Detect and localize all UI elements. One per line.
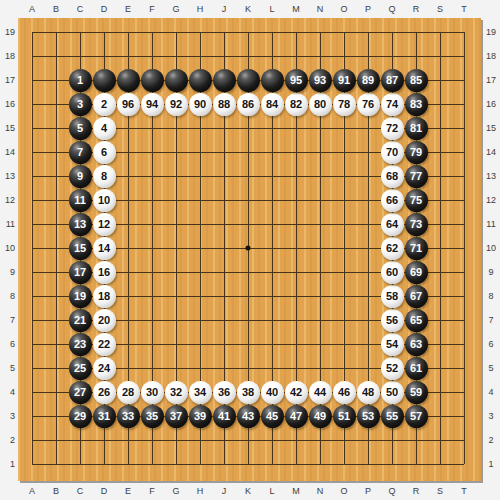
- coord-number-right-12: 12: [484, 194, 498, 206]
- stone-black-15: 15: [69, 237, 92, 260]
- coord-letter-top-R: R: [406, 3, 426, 15]
- stone-white-28: 28: [117, 381, 140, 404]
- stone-black-L17: [261, 69, 284, 92]
- stone-white-20: 20: [93, 309, 116, 332]
- stone-white-78: 78: [333, 93, 356, 116]
- stone-white-74: 74: [381, 93, 404, 116]
- stone-black-85: 85: [405, 69, 428, 92]
- coord-letter-bottom-R: R: [406, 485, 426, 497]
- coord-letter-bottom-D: D: [94, 485, 114, 497]
- stone-white-24: 24: [93, 357, 116, 380]
- coord-number-right-8: 8: [484, 290, 498, 302]
- stone-black-91: 91: [333, 69, 356, 92]
- coord-number-left-10: 10: [1, 242, 15, 254]
- coord-letter-top-K: K: [238, 3, 258, 15]
- coord-letter-top-T: T: [454, 3, 474, 15]
- coord-letter-top-C: C: [70, 3, 90, 15]
- coord-letter-bottom-C: C: [70, 485, 90, 497]
- coord-number-right-14: 14: [484, 146, 498, 158]
- coord-letter-top-B: B: [46, 3, 66, 15]
- stone-black-31: 31: [93, 405, 116, 428]
- stone-black-39: 39: [189, 405, 212, 428]
- coord-number-left-1: 1: [1, 458, 15, 470]
- coord-number-right-15: 15: [484, 122, 498, 134]
- stone-black-G17: [165, 69, 188, 92]
- stone-white-12: 12: [93, 213, 116, 236]
- stone-white-56: 56: [381, 309, 404, 332]
- stone-black-93: 93: [309, 69, 332, 92]
- coord-number-left-3: 3: [1, 410, 15, 422]
- coord-letter-top-E: E: [118, 3, 138, 15]
- stone-black-63: 63: [405, 333, 428, 356]
- coord-number-right-19: 19: [484, 26, 498, 38]
- stone-white-66: 66: [381, 189, 404, 212]
- stone-black-35: 35: [141, 405, 164, 428]
- stone-white-92: 92: [165, 93, 188, 116]
- coord-number-right-9: 9: [484, 266, 498, 278]
- coord-number-right-2: 2: [484, 434, 498, 446]
- stone-white-72: 72: [381, 117, 404, 140]
- coord-number-right-18: 18: [484, 50, 498, 62]
- stone-white-32: 32: [165, 381, 188, 404]
- stone-black-41: 41: [213, 405, 236, 428]
- stone-white-96: 96: [117, 93, 140, 116]
- stone-white-90: 90: [189, 93, 212, 116]
- stone-white-94: 94: [141, 93, 164, 116]
- stone-black-H17: [189, 69, 212, 92]
- stone-white-52: 52: [381, 357, 404, 380]
- stone-black-73: 73: [405, 213, 428, 236]
- coord-letter-bottom-H: H: [190, 485, 210, 497]
- coord-number-left-14: 14: [1, 146, 15, 158]
- coord-letter-top-O: O: [334, 3, 354, 15]
- coord-letter-top-A: A: [22, 3, 42, 15]
- coord-number-right-17: 17: [484, 74, 498, 86]
- coord-letter-top-G: G: [166, 3, 186, 15]
- stone-black-J17: [213, 69, 236, 92]
- coord-letter-bottom-M: M: [286, 485, 306, 497]
- coord-number-right-10: 10: [484, 242, 498, 254]
- stone-black-13: 13: [69, 213, 92, 236]
- go-diagram: ABCDEFGHJKLMNOPQRST ABCDEFGHJKLMNOPQRST …: [0, 0, 500, 500]
- stone-white-76: 76: [357, 93, 380, 116]
- stone-white-18: 18: [93, 285, 116, 308]
- stone-black-51: 51: [333, 405, 356, 428]
- stone-black-55: 55: [381, 405, 404, 428]
- stone-black-45: 45: [261, 405, 284, 428]
- stone-black-E17: [117, 69, 140, 92]
- stone-white-16: 16: [93, 261, 116, 284]
- stone-white-8: 8: [93, 165, 116, 188]
- stone-white-40: 40: [261, 381, 284, 404]
- stone-black-27: 27: [69, 381, 92, 404]
- stone-black-3: 3: [69, 93, 92, 116]
- coord-letter-top-N: N: [310, 3, 330, 15]
- coord-letter-top-M: M: [286, 3, 306, 15]
- stone-black-57: 57: [405, 405, 428, 428]
- coord-number-left-9: 9: [1, 266, 15, 278]
- stone-white-4: 4: [93, 117, 116, 140]
- stone-white-80: 80: [309, 93, 332, 116]
- stone-white-26: 26: [93, 381, 116, 404]
- stone-white-70: 70: [381, 141, 404, 164]
- go-board: 1234567891011121314151617181920212223242…: [18, 18, 481, 481]
- stone-black-19: 19: [69, 285, 92, 308]
- stone-black-7: 7: [69, 141, 92, 164]
- coord-letter-bottom-K: K: [238, 485, 258, 497]
- stone-white-64: 64: [381, 213, 404, 236]
- stone-black-D17: [93, 69, 116, 92]
- stone-black-81: 81: [405, 117, 428, 140]
- stone-black-K17: [237, 69, 260, 92]
- stone-black-17: 17: [69, 261, 92, 284]
- coord-number-right-1: 1: [484, 458, 498, 470]
- stone-white-34: 34: [189, 381, 212, 404]
- stone-white-58: 58: [381, 285, 404, 308]
- stone-black-5: 5: [69, 117, 92, 140]
- coord-letter-bottom-N: N: [310, 485, 330, 497]
- coord-number-right-6: 6: [484, 338, 498, 350]
- coord-number-right-4: 4: [484, 386, 498, 398]
- stone-black-9: 9: [69, 165, 92, 188]
- stone-black-21: 21: [69, 309, 92, 332]
- coord-letter-top-Q: Q: [382, 3, 402, 15]
- coord-number-left-18: 18: [1, 50, 15, 62]
- coord-letter-top-F: F: [142, 3, 162, 15]
- coord-number-right-13: 13: [484, 170, 498, 182]
- coord-letter-bottom-S: S: [430, 485, 450, 497]
- stone-black-69: 69: [405, 261, 428, 284]
- stone-white-46: 46: [333, 381, 356, 404]
- coord-letter-bottom-J: J: [214, 485, 234, 497]
- coord-number-left-6: 6: [1, 338, 15, 350]
- stone-black-61: 61: [405, 357, 428, 380]
- stone-white-30: 30: [141, 381, 164, 404]
- coord-letter-bottom-T: T: [454, 485, 474, 497]
- coord-number-right-11: 11: [484, 218, 498, 230]
- coord-letter-top-P: P: [358, 3, 378, 15]
- coord-number-left-19: 19: [1, 26, 15, 38]
- stone-white-54: 54: [381, 333, 404, 356]
- coord-number-left-15: 15: [1, 122, 15, 134]
- stone-black-65: 65: [405, 309, 428, 332]
- stone-white-14: 14: [93, 237, 116, 260]
- stone-white-42: 42: [285, 381, 308, 404]
- coord-number-right-5: 5: [484, 362, 498, 374]
- coord-letter-bottom-O: O: [334, 485, 354, 497]
- coord-letter-bottom-P: P: [358, 485, 378, 497]
- coord-letter-bottom-B: B: [46, 485, 66, 497]
- coord-letter-top-J: J: [214, 3, 234, 15]
- coord-number-right-16: 16: [484, 98, 498, 110]
- stone-white-82: 82: [285, 93, 308, 116]
- stone-black-79: 79: [405, 141, 428, 164]
- stone-white-68: 68: [381, 165, 404, 188]
- coord-number-left-17: 17: [1, 74, 15, 86]
- coord-number-right-3: 3: [484, 410, 498, 422]
- stone-black-23: 23: [69, 333, 92, 356]
- stone-black-29: 29: [69, 405, 92, 428]
- stone-white-88: 88: [213, 93, 236, 116]
- stone-black-87: 87: [381, 69, 404, 92]
- stone-white-84: 84: [261, 93, 284, 116]
- coord-number-left-7: 7: [1, 314, 15, 326]
- stone-black-11: 11: [69, 189, 92, 212]
- coord-number-left-4: 4: [1, 386, 15, 398]
- stone-white-38: 38: [237, 381, 260, 404]
- stone-black-33: 33: [117, 405, 140, 428]
- stone-black-F17: [141, 69, 164, 92]
- stone-black-75: 75: [405, 189, 428, 212]
- stone-white-44: 44: [309, 381, 332, 404]
- coord-letter-top-H: H: [190, 3, 210, 15]
- stone-black-25: 25: [69, 357, 92, 380]
- stone-black-47: 47: [285, 405, 308, 428]
- coord-letter-bottom-A: A: [22, 485, 42, 497]
- coord-letter-top-S: S: [430, 3, 450, 15]
- stone-white-60: 60: [381, 261, 404, 284]
- coord-letter-bottom-E: E: [118, 485, 138, 497]
- stone-white-48: 48: [357, 381, 380, 404]
- coord-number-left-8: 8: [1, 290, 15, 302]
- stone-black-89: 89: [357, 69, 380, 92]
- coord-number-left-12: 12: [1, 194, 15, 206]
- stone-black-1: 1: [69, 69, 92, 92]
- stone-black-95: 95: [285, 69, 308, 92]
- coord-number-left-2: 2: [1, 434, 15, 446]
- coord-number-left-13: 13: [1, 170, 15, 182]
- stone-white-10: 10: [93, 189, 116, 212]
- coord-letter-bottom-G: G: [166, 485, 186, 497]
- stone-black-67: 67: [405, 285, 428, 308]
- stone-black-83: 83: [405, 93, 428, 116]
- stone-white-36: 36: [213, 381, 236, 404]
- coord-letter-top-L: L: [262, 3, 282, 15]
- stone-black-49: 49: [309, 405, 332, 428]
- coord-number-left-5: 5: [1, 362, 15, 374]
- stone-black-77: 77: [405, 165, 428, 188]
- stone-black-59: 59: [405, 381, 428, 404]
- coord-number-right-7: 7: [484, 314, 498, 326]
- coord-letter-bottom-L: L: [262, 485, 282, 497]
- coord-number-left-11: 11: [1, 218, 15, 230]
- stone-white-86: 86: [237, 93, 260, 116]
- coord-letter-bottom-Q: Q: [382, 485, 402, 497]
- stone-white-50: 50: [381, 381, 404, 404]
- stone-white-6: 6: [93, 141, 116, 164]
- stone-white-62: 62: [381, 237, 404, 260]
- stone-white-2: 2: [93, 93, 116, 116]
- coord-letter-top-D: D: [94, 3, 114, 15]
- stone-black-53: 53: [357, 405, 380, 428]
- stone-black-37: 37: [165, 405, 188, 428]
- coord-number-left-16: 16: [1, 98, 15, 110]
- stone-black-71: 71: [405, 237, 428, 260]
- stone-white-22: 22: [93, 333, 116, 356]
- stones-layer: 1234567891011121314151617181920212223242…: [18, 18, 481, 481]
- stone-black-43: 43: [237, 405, 260, 428]
- coord-letter-bottom-F: F: [142, 485, 162, 497]
